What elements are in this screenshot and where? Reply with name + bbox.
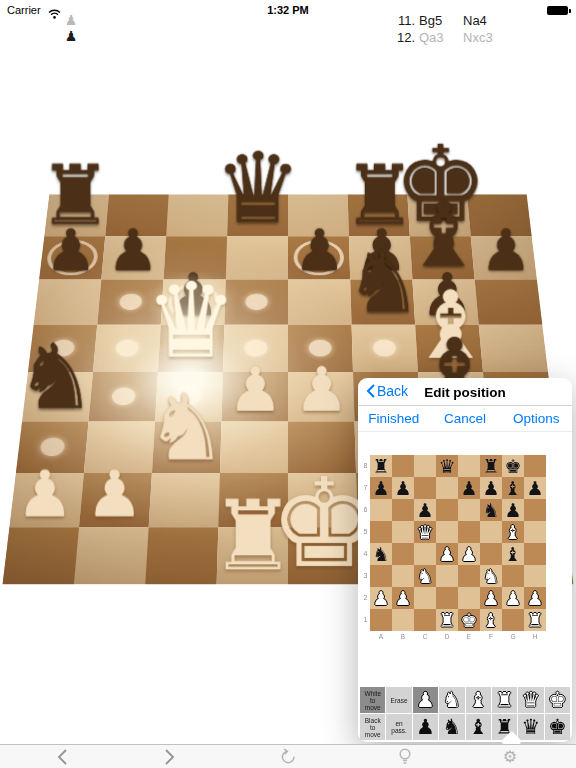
mini-square-g2[interactable]: ♟ <box>502 587 524 609</box>
legal-move-dot <box>111 387 136 405</box>
rank-label-1: 1 <box>361 609 370 631</box>
piece-white-knight-c3[interactable]: ♞ <box>145 384 227 471</box>
finished-button[interactable]: Finished <box>358 411 429 426</box>
mini-piece-white-knight-f3[interactable]: ♞ <box>480 565 502 587</box>
piece-black-queen-d8[interactable]: ♛ <box>214 142 301 235</box>
white-knight-icon: ♞ <box>442 688 461 712</box>
mini-square-h6[interactable] <box>524 499 546 521</box>
legal-move-dot <box>119 294 143 310</box>
rank-label-8: 8 <box>361 455 370 477</box>
palette-black-king-button[interactable]: ♚ <box>545 714 570 740</box>
piece-black-pawn-h7[interactable]: ♟ <box>480 223 531 278</box>
board3d-square-c1[interactable] <box>145 527 218 584</box>
mini-piece-white-king-e1[interactable]: ♚ <box>458 609 480 631</box>
palette-white-king-button[interactable]: ♚ <box>545 687 570 713</box>
mini-square-h5[interactable] <box>524 521 546 543</box>
piece-white-pawn-b2[interactable]: ♟ <box>85 464 143 525</box>
black-move[interactable]: Na4 <box>463 13 517 30</box>
hint-button[interactable] <box>390 745 420 768</box>
palette-white-pawn-button[interactable]: ♟ <box>413 687 438 713</box>
white-move[interactable]: Bg5 <box>419 13 463 30</box>
popover-header: Back Edit position <box>358 378 572 406</box>
board3d-square-e6[interactable] <box>288 280 352 325</box>
mini-piece-black-bishop-g4[interactable]: ♝ <box>502 543 524 565</box>
piece-white-queen-c5[interactable]: ♛ <box>144 271 237 370</box>
mini-square-c5[interactable]: ♛ <box>414 521 436 543</box>
mini-square-e8[interactable] <box>458 455 480 477</box>
file-label-g: G <box>502 633 524 640</box>
palette-label-line: en <box>395 720 402 727</box>
mini-square-h8[interactable] <box>524 455 546 477</box>
mini-square-a5[interactable] <box>370 521 392 543</box>
mini-square-b8[interactable] <box>392 455 414 477</box>
previous-move-button[interactable] <box>47 745 77 768</box>
board3d-square-e1[interactable]: ♚ <box>288 527 359 584</box>
mini-square-d1[interactable]: ♜ <box>436 609 458 631</box>
legal-move-dot <box>373 340 397 357</box>
white-move[interactable]: Qa3 <box>419 30 463 47</box>
move-row: 12.Qa3Nxc3 <box>393 30 517 47</box>
rank-label-3: 3 <box>361 565 370 587</box>
black-pawn-icon: ♟ <box>416 715 435 739</box>
mini-square-b1[interactable] <box>392 609 414 631</box>
mini-square-d7[interactable] <box>436 477 458 499</box>
file-label-b: B <box>392 633 414 640</box>
board3d-square-a2[interactable]: ♟ <box>9 473 84 527</box>
rank-label-5: 5 <box>361 521 370 543</box>
palette-black-rook-button[interactable]: ♜ <box>492 714 517 740</box>
file-label-d: D <box>436 633 458 640</box>
mini-square-f6[interactable]: ♞ <box>480 499 502 521</box>
mini-square-b3[interactable] <box>392 565 414 587</box>
board3d-square-d8[interactable]: ♛ <box>227 195 288 237</box>
palette-black-pawn-button[interactable]: ♟ <box>413 714 438 740</box>
board3d-square-c3[interactable]: ♞ <box>152 421 222 473</box>
mini-square-a1[interactable] <box>370 609 392 631</box>
mini-square-d8[interactable]: ♛ <box>436 455 458 477</box>
mini-square-a6[interactable] <box>370 499 392 521</box>
mini-piece-black-pawn-a7[interactable]: ♟ <box>370 477 392 499</box>
mini-square-a4[interactable]: ♞ <box>370 543 392 565</box>
legal-move-dot <box>245 294 268 310</box>
rank-labels: 87654321 <box>361 455 370 631</box>
mini-square-e6[interactable] <box>458 499 480 521</box>
palette-label-line: to <box>370 697 375 704</box>
piece-black-knight-a4[interactable]: ♞ <box>15 334 96 419</box>
black-move[interactable]: Nxc3 <box>463 30 517 47</box>
white-pawn-icon: ♟ <box>416 688 435 712</box>
board3d-square-b1[interactable] <box>74 527 149 584</box>
mini-square-f7[interactable]: ♟ <box>480 477 502 499</box>
black-knight-icon: ♞ <box>442 715 461 739</box>
mini-piece-black-pawn-e7[interactable]: ♟ <box>458 477 480 499</box>
previous-move-icon <box>56 748 68 766</box>
palette-erase-button[interactable]: Erase <box>386 687 411 713</box>
black-king-icon: ♚ <box>548 715 567 739</box>
move-number: 12. <box>393 30 415 47</box>
rank-label-6: 6 <box>361 499 370 521</box>
palette-label-line: pass. <box>391 727 407 734</box>
mini-piece-black-queen-d8[interactable]: ♛ <box>436 455 458 477</box>
black-rook-icon: ♜ <box>495 715 514 739</box>
captured-black-pawn-icon: ♟ <box>63 28 79 44</box>
palette-label-line: move <box>365 731 381 738</box>
board3d-square-e7[interactable]: ♟ <box>288 236 350 279</box>
piece-palette: WhitetomoveErase♟♞♝♜♛♚Blacktomoveenpass.… <box>360 687 570 740</box>
mini-square-b7[interactable]: ♟ <box>392 477 414 499</box>
piece-black-pawn-e7[interactable]: ♟ <box>293 223 344 278</box>
file-label-c: C <box>414 633 436 640</box>
rank-label-4: 4 <box>361 543 370 565</box>
board3d-square-b2[interactable]: ♟ <box>79 473 152 527</box>
mini-board[interactable]: ♜♛♜♚♟♟♟♟♝♟♟♞♟♛♝♞♟♟♝♞♞♟♟♟♟♟♜♚♝♜ <box>370 455 546 631</box>
mini-square-a2[interactable]: ♟ <box>370 587 392 609</box>
cancel-button[interactable]: Cancel <box>429 411 500 426</box>
palette-black-knight-button[interactable]: ♞ <box>439 714 464 740</box>
mini-square-b5[interactable] <box>392 521 414 543</box>
palette-black-queen-button[interactable]: ♛ <box>518 714 543 740</box>
next-move-icon <box>164 748 176 766</box>
black-bishop-icon: ♝ <box>469 715 488 739</box>
bottom-toolbar: ⚙ <box>0 744 576 768</box>
palette-black-bishop-button[interactable]: ♝ <box>466 714 491 740</box>
mini-square-g7[interactable]: ♝ <box>502 477 524 499</box>
mini-square-c3[interactable]: ♞ <box>414 565 436 587</box>
mini-square-d4[interactable]: ♟ <box>436 543 458 565</box>
mini-square-a8[interactable]: ♜ <box>370 455 392 477</box>
mini-piece-black-pawn-c6[interactable]: ♟ <box>414 499 436 521</box>
mini-square-c4[interactable] <box>414 543 436 565</box>
mini-square-h7[interactable]: ♟ <box>524 477 546 499</box>
mini-piece-black-pawn-g6[interactable]: ♟ <box>502 499 524 521</box>
captured-white-pawn-icon: ♟ <box>63 12 79 28</box>
mini-square-f3[interactable]: ♞ <box>480 565 502 587</box>
mini-piece-black-knight-f6[interactable]: ♞ <box>480 499 502 521</box>
mini-square-e2[interactable] <box>458 587 480 609</box>
takeback-arrow-icon <box>279 748 296 765</box>
mini-square-g1[interactable] <box>502 609 524 631</box>
mini-square-g3[interactable] <box>502 565 524 587</box>
mini-piece-white-bishop-f1[interactable]: ♝ <box>480 609 502 631</box>
mini-square-d5[interactable] <box>436 521 458 543</box>
mini-square-f5[interactable] <box>480 521 502 543</box>
mini-square-c6[interactable]: ♟ <box>414 499 436 521</box>
mini-square-g6[interactable]: ♟ <box>502 499 524 521</box>
mini-square-h3[interactable] <box>524 565 546 587</box>
file-label-h: H <box>524 633 546 640</box>
white-rook-icon: ♜ <box>495 688 514 712</box>
mini-square-a7[interactable]: ♟ <box>370 477 392 499</box>
mini-board-area: 87654321 ♜♛♜♚♟♟♟♟♝♟♟♞♟♛♝♞♟♟♝♞♞♟♟♟♟♟♜♚♝♜ … <box>361 455 546 640</box>
mini-piece-white-pawn-g2[interactable]: ♟ <box>502 587 524 609</box>
mini-square-c2[interactable] <box>414 587 436 609</box>
mini-piece-white-pawn-d4[interactable]: ♟ <box>436 543 458 565</box>
palette-black-to-move-button[interactable]: Blacktomove <box>360 714 385 740</box>
mini-piece-black-bishop-g7[interactable]: ♝ <box>502 477 524 499</box>
mini-piece-black-rook-a8[interactable]: ♜ <box>370 455 392 477</box>
mini-square-c8[interactable] <box>414 455 436 477</box>
mini-square-b6[interactable] <box>392 499 414 521</box>
board3d-square-a1[interactable] <box>3 527 79 584</box>
palette-label-line: White <box>364 690 381 697</box>
board3d-square-f6[interactable]: ♞ <box>350 280 415 325</box>
mini-square-b2[interactable]: ♟ <box>392 587 414 609</box>
palette-label-line: Black <box>365 717 381 724</box>
mini-square-c1[interactable] <box>414 609 436 631</box>
mini-square-f4[interactable] <box>480 543 502 565</box>
palette-white-to-move-button[interactable]: Whitetomove <box>360 687 385 713</box>
mini-square-d6[interactable] <box>436 499 458 521</box>
mini-piece-white-queen-c5[interactable]: ♛ <box>414 521 436 543</box>
takeback-button[interactable] <box>272 745 302 768</box>
mini-piece-white-pawn-e4[interactable]: ♟ <box>458 543 480 565</box>
board3d-square-a4[interactable]: ♞ <box>22 372 93 421</box>
piece-white-pawn-a2[interactable]: ♟ <box>16 464 74 525</box>
mini-square-f8[interactable]: ♜ <box>480 455 502 477</box>
mini-square-h1[interactable]: ♜ <box>524 609 546 631</box>
rank-label-7: 7 <box>361 477 370 499</box>
file-label-f: F <box>480 633 502 640</box>
captured-pieces: ♟♟ <box>63 12 79 44</box>
mini-square-e3[interactable] <box>458 565 480 587</box>
mini-piece-black-rook-f8[interactable]: ♜ <box>480 455 502 477</box>
board3d-square-d1[interactable]: ♜ <box>217 527 288 584</box>
mini-square-e7[interactable]: ♟ <box>458 477 480 499</box>
palette-label-line: move <box>365 704 381 711</box>
settings-button[interactable]: ⚙ <box>495 745 525 768</box>
file-label-e: E <box>458 633 480 640</box>
mini-piece-black-pawn-f7[interactable]: ♟ <box>480 477 502 499</box>
board3d-square-c5[interactable]: ♛ <box>158 325 224 372</box>
mini-piece-black-pawn-h7[interactable]: ♟ <box>524 477 546 499</box>
white-king-icon: ♚ <box>548 688 567 712</box>
piece-white-rook-d1[interactable]: ♜ <box>209 490 296 582</box>
palette-label-line: to <box>370 724 375 731</box>
edit-position-popover: Back Edit position Finished Cancel Optio… <box>358 378 572 742</box>
mini-square-e1[interactable]: ♚ <box>458 609 480 631</box>
palette-white-knight-button[interactable]: ♞ <box>439 687 464 713</box>
mini-square-h2[interactable]: ♟ <box>524 587 546 609</box>
white-queen-icon: ♛ <box>522 688 541 712</box>
mini-piece-black-king-g8[interactable]: ♚ <box>502 455 524 477</box>
palette-label-line: Erase <box>391 697 408 704</box>
legal-move-dot <box>39 438 65 457</box>
mini-piece-white-bishop-g5[interactable]: ♝ <box>502 521 524 543</box>
mini-piece-white-pawn-f2[interactable]: ♟ <box>480 587 502 609</box>
board3d-square-d4[interactable]: ♟ <box>222 372 288 421</box>
mini-square-e4[interactable]: ♟ <box>458 543 480 565</box>
popover-actions: Finished Cancel Options <box>358 406 572 432</box>
piece-white-pawn-e4[interactable]: ♟ <box>294 361 349 419</box>
mini-piece-white-knight-c3[interactable]: ♞ <box>414 565 436 587</box>
mini-square-a3[interactable] <box>370 565 392 587</box>
move-row: 11.Bg5Na4 <box>393 13 517 30</box>
rank-label-2: 2 <box>361 587 370 609</box>
palette-white-queen-button[interactable]: ♛ <box>518 687 543 713</box>
board3d-square-a7[interactable]: ♟ <box>39 236 105 279</box>
options-button[interactable]: Options <box>501 411 572 426</box>
settings-gear-icon: ⚙ <box>503 749 517 765</box>
mini-piece-white-pawn-a2[interactable]: ♟ <box>370 587 392 609</box>
mini-square-g5[interactable]: ♝ <box>502 521 524 543</box>
mini-square-c7[interactable] <box>414 477 436 499</box>
board3d-square-e4[interactable]: ♟ <box>288 372 354 421</box>
palette-white-rook-button[interactable]: ♜ <box>492 687 517 713</box>
mini-square-e5[interactable] <box>458 521 480 543</box>
move-list: 11.Bg5Na412.Qa3Nxc3 <box>393 13 517 46</box>
palette-en-passant-button[interactable]: enpass. <box>386 714 411 740</box>
mini-piece-white-rook-h1[interactable]: ♜ <box>524 609 546 631</box>
mini-square-g8[interactable]: ♚ <box>502 455 524 477</box>
mini-square-b4[interactable] <box>392 543 414 565</box>
mini-square-g4[interactable]: ♝ <box>502 543 524 565</box>
white-bishop-icon: ♝ <box>469 688 488 712</box>
popover-title: Edit position <box>358 385 572 400</box>
mini-piece-white-pawn-b2[interactable]: ♟ <box>392 587 414 609</box>
next-move-button[interactable] <box>155 745 185 768</box>
mini-piece-white-pawn-h2[interactable]: ♟ <box>524 587 546 609</box>
mini-square-d3[interactable] <box>436 565 458 587</box>
mini-piece-black-knight-a4[interactable]: ♞ <box>370 543 392 565</box>
battery-icon <box>547 6 568 15</box>
hint-bulb-icon <box>398 748 412 765</box>
board3d-square-a6[interactable] <box>34 280 102 325</box>
mini-square-f2[interactable]: ♟ <box>480 587 502 609</box>
piece-black-pawn-a7[interactable]: ♟ <box>45 223 96 278</box>
file-labels: ABCDEFGH <box>370 633 546 640</box>
move-number: 11. <box>393 13 415 30</box>
palette-white-bishop-button[interactable]: ♝ <box>466 687 491 713</box>
mini-square-h4[interactable] <box>524 543 546 565</box>
mini-square-d2[interactable] <box>436 587 458 609</box>
legal-move-dot <box>115 340 139 357</box>
mini-piece-black-pawn-b7[interactable]: ♟ <box>392 477 414 499</box>
mini-piece-white-rook-d1[interactable]: ♜ <box>436 609 458 631</box>
file-label-a: A <box>370 633 392 640</box>
mini-square-f1[interactable]: ♝ <box>480 609 502 631</box>
black-queen-icon: ♛ <box>522 715 541 739</box>
piece-white-pawn-d4[interactable]: ♟ <box>227 361 282 419</box>
